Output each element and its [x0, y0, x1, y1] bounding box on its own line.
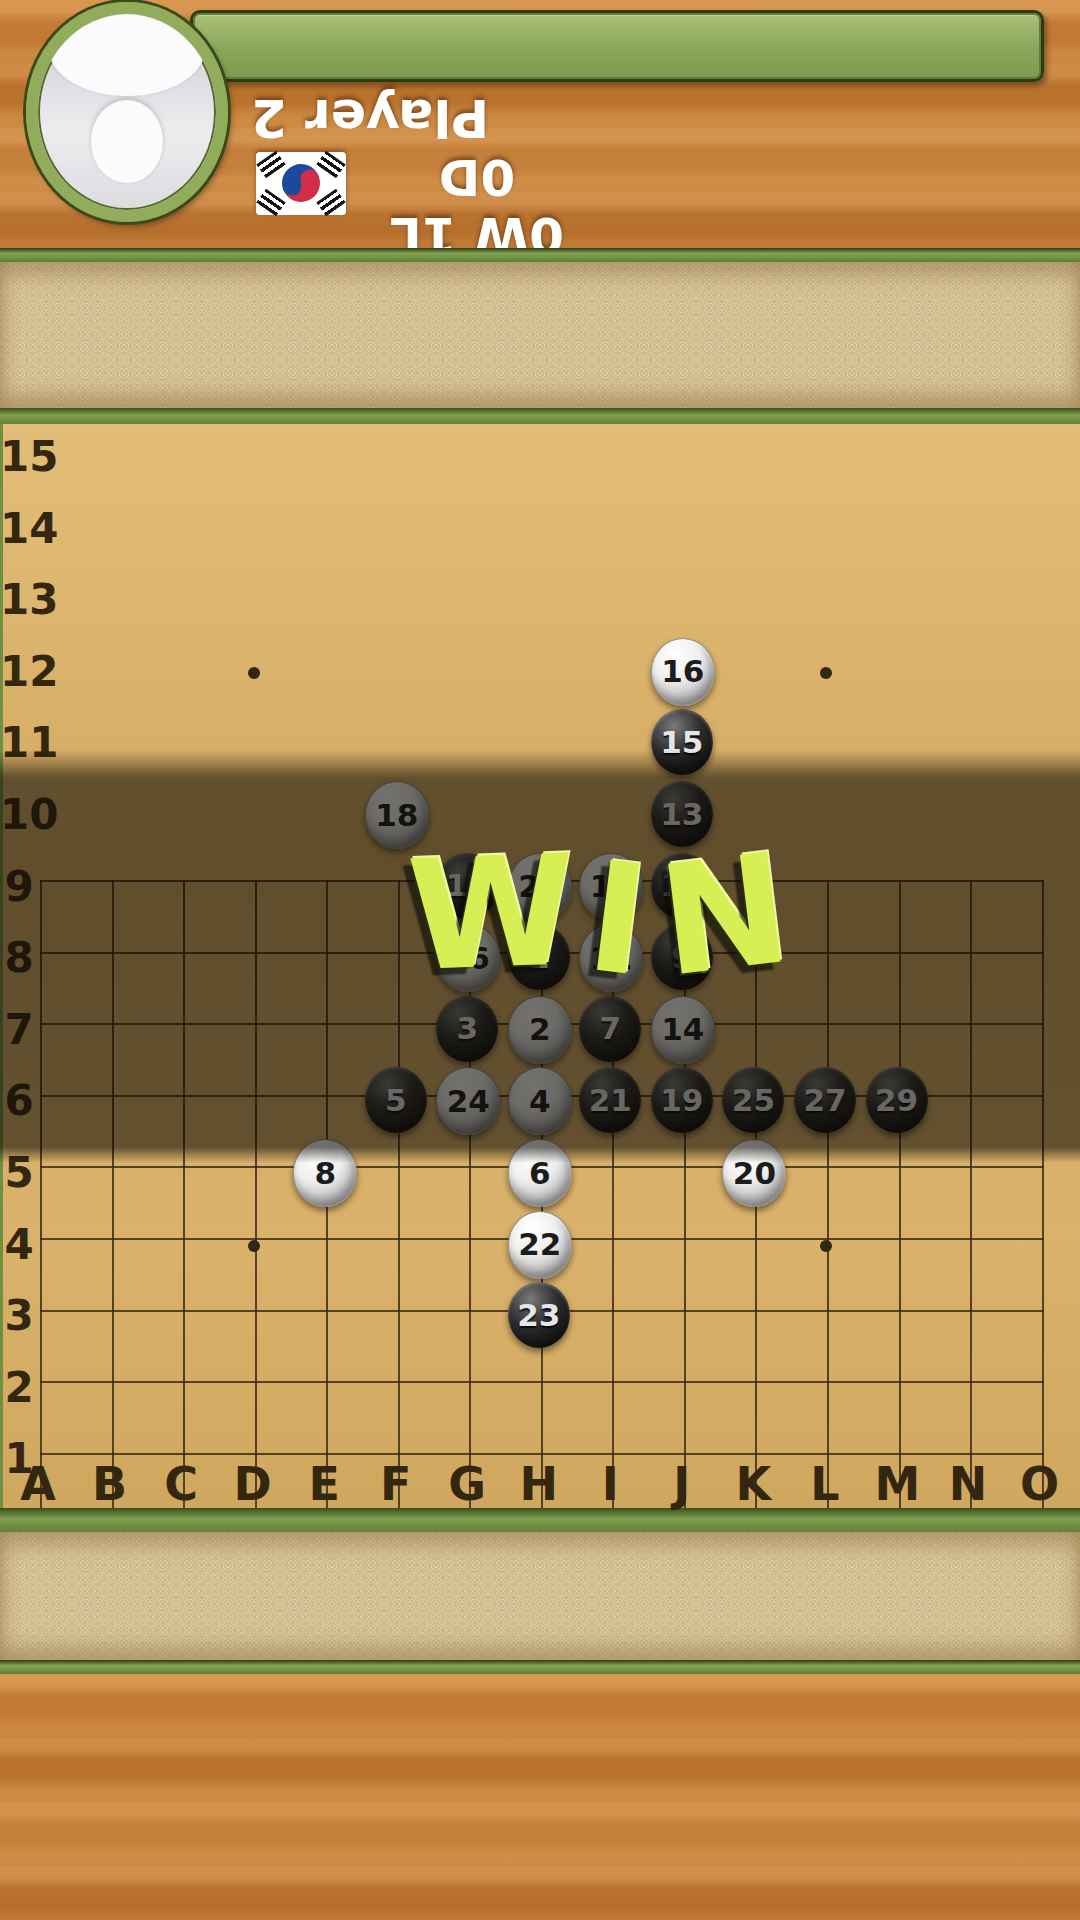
upper-margin-band	[0, 262, 1080, 408]
divider-strip	[0, 1660, 1080, 1674]
divider-strip	[0, 248, 1080, 262]
top-player-avatar[interactable]	[26, 2, 228, 222]
person-silhouette-icon	[38, 14, 216, 210]
omok-game-screen: Player 2 0W 1L 0D 151413121110987654321A…	[0, 0, 1080, 1920]
board-frame-bottom	[0, 1508, 1080, 1532]
lower-margin-band	[0, 1532, 1080, 1660]
board-frame-top	[0, 408, 1080, 424]
win-banner: WIN	[58, 838, 1080, 990]
top-status-plate	[190, 10, 1044, 82]
top-player-panel: Player 2 0W 1L 0D	[0, 0, 1080, 248]
bottom-player-panel: 1W 0L 0D Player	[0, 1674, 1080, 1920]
top-player-name: Player 2	[250, 88, 490, 148]
south-korea-flag-icon	[256, 152, 346, 215]
top-player-record: 0W 1L 0D	[352, 148, 602, 264]
